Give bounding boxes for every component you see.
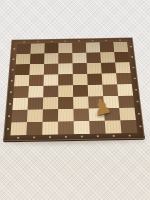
frame-dot-right [135, 89, 137, 90]
frame-dot-right [137, 113, 139, 115]
square-g6[interactable] [101, 62, 116, 73]
frame-dot-top [64, 40, 66, 41]
square-a3[interactable] [12, 98, 28, 110]
square-a7[interactable] [16, 54, 31, 65]
chess-board [3, 37, 145, 141]
frame-dot-bottom [81, 136, 83, 138]
square-g7[interactable] [100, 52, 115, 63]
square-c1[interactable] [42, 122, 58, 135]
square-a2[interactable] [11, 110, 27, 123]
square-f5[interactable] [87, 74, 102, 85]
frame-dot-left [11, 69, 13, 70]
frame-dot-right [133, 78, 135, 79]
frame-dot-left [7, 115, 9, 117]
square-d1[interactable] [58, 121, 74, 134]
frame-dot-left [9, 91, 11, 92]
square-b6[interactable] [29, 64, 44, 75]
square-g8[interactable] [100, 42, 115, 52]
frame-dot-left [12, 59, 14, 60]
square-e4[interactable] [73, 85, 88, 97]
square-h1[interactable] [120, 120, 137, 133]
frame-dot-top [92, 40, 94, 41]
frame-dot-bottom [65, 136, 67, 138]
square-d4[interactable] [58, 85, 73, 97]
square-c8[interactable] [44, 43, 58, 53]
square-e8[interactable] [72, 43, 86, 53]
square-c6[interactable] [44, 64, 59, 75]
square-f8[interactable] [86, 42, 100, 52]
square-b7[interactable] [30, 53, 44, 64]
square-d7[interactable] [58, 53, 72, 64]
frame-dot-left [6, 128, 8, 130]
square-h2[interactable] [119, 108, 136, 121]
frame-dot-top [105, 39, 107, 40]
square-d3[interactable] [58, 97, 73, 109]
square-a5[interactable] [14, 75, 29, 86]
frame-dot-top [78, 40, 80, 41]
frame-dot-left [8, 103, 10, 105]
square-e1[interactable] [74, 121, 90, 134]
frame-coordinate-dots [12, 38, 131, 40]
square-e3[interactable] [73, 97, 88, 109]
photo-scene: ♟ [0, 0, 150, 200]
frame-dot-bottom [97, 135, 99, 137]
square-d5[interactable] [58, 74, 73, 85]
square-f6[interactable] [87, 63, 102, 74]
square-g5[interactable] [102, 73, 117, 84]
square-e6[interactable] [73, 63, 88, 74]
square-b1[interactable] [26, 122, 42, 135]
square-e5[interactable] [73, 74, 88, 85]
square-e7[interactable] [72, 53, 86, 64]
square-b3[interactable] [28, 97, 44, 109]
frame-dot-top [119, 39, 121, 40]
square-a4[interactable] [13, 86, 29, 98]
frame-dot-bottom [17, 137, 19, 139]
square-a6[interactable] [15, 64, 30, 75]
square-b8[interactable] [30, 43, 44, 53]
frame-dot-right [132, 67, 134, 68]
frame-dot-right [139, 126, 141, 128]
square-h3[interactable] [118, 96, 134, 108]
frame-dot-bottom [129, 135, 131, 137]
square-h6[interactable] [115, 62, 130, 73]
square-f7[interactable] [86, 52, 101, 63]
square-c3[interactable] [43, 97, 58, 109]
square-c7[interactable] [44, 53, 58, 64]
square-c5[interactable] [44, 74, 59, 85]
frame-dot-left [13, 48, 15, 49]
square-h7[interactable] [114, 52, 129, 63]
square-d8[interactable] [58, 43, 72, 53]
square-a8[interactable] [16, 44, 30, 54]
frame-dot-right [131, 56, 133, 57]
square-c4[interactable] [43, 86, 58, 98]
square-h4[interactable] [117, 84, 133, 96]
square-d6[interactable] [58, 63, 72, 74]
frame-dot-top [23, 41, 25, 42]
square-h5[interactable] [116, 73, 132, 84]
board-grid [10, 42, 137, 136]
square-d2[interactable] [58, 109, 74, 122]
frame-dot-right [136, 101, 138, 103]
frame-dot-bottom [113, 135, 115, 137]
square-h8[interactable] [113, 42, 128, 52]
square-a1[interactable] [10, 122, 27, 135]
square-b4[interactable] [28, 86, 43, 98]
square-c2[interactable] [43, 109, 59, 122]
square-b5[interactable] [29, 75, 44, 86]
square-b2[interactable] [27, 109, 43, 122]
frame-dot-right [130, 46, 132, 47]
frame-dot-top [51, 40, 53, 41]
frame-dot-bottom [49, 136, 51, 138]
square-g1[interactable] [105, 120, 122, 133]
frame-dot-bottom [33, 137, 35, 139]
frame-dot-top [37, 41, 39, 42]
frame-dot-left [10, 80, 12, 81]
square-e2[interactable] [73, 108, 89, 121]
square-f1[interactable] [89, 121, 105, 134]
